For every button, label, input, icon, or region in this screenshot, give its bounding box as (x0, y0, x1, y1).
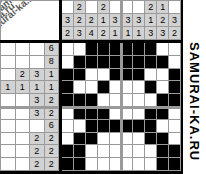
grid-cell[interactable] (98, 158, 110, 171)
row-clue-cell: 6 (45, 120, 60, 133)
grid-cell[interactable] (110, 94, 122, 107)
grid-cell[interactable] (121, 158, 133, 171)
grid-cell[interactable] (62, 133, 74, 146)
site-watermark-text: SAMURAI-KA.RU (187, 42, 202, 161)
row-clue-cell (1, 158, 16, 171)
grid-cell[interactable] (110, 145, 122, 158)
row-clue-cell (16, 120, 31, 133)
grid-cell[interactable] (98, 43, 110, 56)
col-clue-cell: 2 (98, 27, 110, 40)
grid-cell[interactable] (98, 81, 110, 94)
col-clue-cell: 2 (145, 1, 157, 14)
row-clue-cell: 6 (45, 43, 60, 56)
grid-cell[interactable] (86, 56, 98, 69)
grid-cell[interactable] (86, 120, 98, 133)
row-clue-cell (1, 69, 16, 82)
grid-cell[interactable] (133, 81, 145, 94)
grid-cell[interactable] (74, 133, 86, 146)
grid-cell[interactable] (157, 120, 169, 133)
col-clue-cell: 1 (98, 14, 110, 27)
grid-cell[interactable] (169, 145, 181, 158)
grid-cell[interactable] (133, 120, 145, 133)
row-clue-cell: 2 (45, 107, 60, 120)
grid-cell[interactable] (145, 81, 157, 94)
grid-cell[interactable] (169, 107, 181, 120)
grid-cell[interactable] (145, 56, 157, 69)
col-clue-cell: 1 (133, 27, 145, 40)
grid-cell[interactable] (98, 145, 110, 158)
grid-cell[interactable] (145, 158, 157, 171)
col-clue-cell: 3 (110, 14, 122, 27)
row-clue-cell (30, 56, 45, 69)
grid-cell[interactable] (145, 133, 157, 146)
grid-cell[interactable] (86, 158, 98, 171)
grid-cell[interactable] (110, 133, 122, 146)
grid-cell[interactable] (145, 120, 157, 133)
grid-cell[interactable] (86, 107, 98, 120)
row-clue-cell: 3 (30, 69, 45, 82)
grid-cell[interactable] (110, 69, 122, 82)
grid-cell[interactable] (110, 81, 122, 94)
row-clue-cell: 2 (30, 133, 45, 146)
row-clue-cell: 1 (16, 81, 31, 94)
col-clue-cell: 3 (145, 27, 157, 40)
grid-cell[interactable] (157, 43, 169, 56)
grid-cell[interactable] (145, 43, 157, 56)
row-clue-cell: 1 (30, 81, 45, 94)
col-clue-cell: 3 (169, 14, 181, 27)
col-clue-cell: 3 (74, 27, 86, 40)
row-clues-area: 68231111132326222222 (0, 43, 59, 171)
grid-cell[interactable] (98, 107, 110, 120)
grid-cell[interactable] (169, 56, 181, 69)
grid-cell[interactable] (62, 158, 74, 171)
grid-cell[interactable] (86, 94, 98, 107)
col-clue-cell (62, 1, 74, 14)
row-clue-cell (16, 145, 31, 158)
row-clue-cell (16, 94, 31, 107)
grid-cell[interactable] (62, 94, 74, 107)
grid-cell[interactable] (86, 69, 98, 82)
grid-cell[interactable] (169, 120, 181, 133)
grid-cell[interactable] (98, 120, 110, 133)
grid-cell[interactable] (98, 69, 110, 82)
grid-cell[interactable] (157, 145, 169, 158)
row-clue-cell: 1 (1, 81, 16, 94)
grid-cell[interactable] (133, 107, 145, 120)
row-clue-cell (1, 107, 16, 120)
grid-cell[interactable] (157, 56, 169, 69)
grid-cell[interactable] (121, 120, 133, 133)
row-clue-cell (16, 56, 31, 69)
grid-cell[interactable] (74, 120, 86, 133)
grid-cell[interactable] (98, 133, 110, 146)
grid-cell[interactable] (133, 69, 145, 82)
grid-cell[interactable] (157, 69, 169, 82)
grid-cell[interactable] (74, 145, 86, 158)
grid-cell[interactable] (157, 94, 169, 107)
row-clue-cell (16, 133, 31, 146)
grid-cell[interactable] (74, 81, 86, 94)
grid-cell[interactable] (169, 81, 181, 94)
row-clue-cell (30, 120, 45, 133)
grid-cell[interactable] (86, 133, 98, 146)
grid-cell[interactable] (86, 81, 98, 94)
grid-cell[interactable] (133, 145, 145, 158)
col-clue-cell: 3 (62, 14, 74, 27)
grid-cell[interactable] (121, 56, 133, 69)
grid-cell[interactable] (133, 158, 145, 171)
grid-cell[interactable] (121, 81, 133, 94)
grid-cell[interactable] (86, 43, 98, 56)
grid-cell[interactable] (62, 56, 74, 69)
row-clue-cell: 2 (45, 94, 60, 107)
grid-cell[interactable] (110, 107, 122, 120)
col-clue-cell: 2 (86, 14, 98, 27)
col-clue-cell (86, 1, 98, 14)
grid-cell[interactable] (86, 145, 98, 158)
row-clue-cell: 2 (45, 133, 60, 146)
row-clue-cell (1, 145, 16, 158)
divider-bottom-black-bar (0, 171, 183, 174)
col-clue-cell: 1 (157, 1, 169, 14)
col-clue-cell (133, 1, 145, 14)
col-clue-cell: 1 (121, 27, 133, 40)
col-clue-cell (169, 1, 181, 14)
column-clues-area: 222132213331232342111332 (62, 0, 181, 40)
grid-cell[interactable] (62, 145, 74, 158)
row-clue-cell: 1 (45, 69, 60, 82)
grid-cell[interactable] (169, 94, 181, 107)
col-clue-cell: 1 (145, 14, 157, 27)
grid-cell[interactable] (145, 69, 157, 82)
row-clue-cell (1, 120, 16, 133)
grid-cell[interactable] (121, 133, 133, 146)
col-clue-cell: 1 (110, 27, 122, 40)
col-clue-cell: 2 (98, 1, 110, 14)
grid-cell[interactable] (169, 133, 181, 146)
grid-cell[interactable] (157, 133, 169, 146)
row-clue-cell: 1 (45, 81, 60, 94)
grid-cell[interactable] (62, 107, 74, 120)
col-clue-cell: 3 (121, 14, 133, 27)
row-clue-cell (16, 158, 31, 171)
col-clue-cell: 3 (157, 27, 169, 40)
grid-cell[interactable] (121, 145, 133, 158)
col-clue-cell: 2 (62, 27, 74, 40)
row-clue-cell: 3 (30, 94, 45, 107)
grid-cell[interactable] (121, 69, 133, 82)
row-clue-cell (16, 107, 31, 120)
corner-watermark: samurai-ka.ru samurai-ka.ru samurai-ka.r… (0, 0, 59, 40)
grid-cell[interactable] (157, 158, 169, 171)
col-clue-cell (121, 1, 133, 14)
grid-cell[interactable] (145, 145, 157, 158)
col-clue-cell: 4 (86, 27, 98, 40)
grid-cell[interactable] (74, 69, 86, 82)
row-clue-cell: 2 (30, 145, 45, 158)
row-clue-cell (1, 43, 16, 56)
site-watermark-strip: SAMURAI-KA.RU (183, 0, 206, 174)
grid-cell[interactable] (110, 56, 122, 69)
grid-cell[interactable] (145, 94, 157, 107)
grid-cell[interactable] (121, 43, 133, 56)
grid-cell[interactable] (74, 158, 86, 171)
row-clue-cell: 3 (30, 107, 45, 120)
col-clue-cell: 2 (157, 14, 169, 27)
grid-cell[interactable] (169, 43, 181, 56)
row-clue-cell (16, 43, 31, 56)
grid-cell[interactable] (121, 107, 133, 120)
col-clue-cell: 2 (74, 14, 86, 27)
col-clue-cell: 3 (133, 14, 145, 27)
grid-cell[interactable] (74, 107, 86, 120)
row-clue-cell: 2 (45, 145, 60, 158)
row-clue-cell (1, 94, 16, 107)
col-clue-cell (110, 1, 122, 14)
divider-top-black-bar (0, 40, 183, 43)
divider-left-black-bar (59, 0, 62, 174)
col-clue-cell: 2 (74, 1, 86, 14)
grid-cell[interactable] (74, 43, 86, 56)
grid-cell[interactable] (62, 69, 74, 82)
grid-cell[interactable] (62, 120, 74, 133)
grid-cell[interactable] (62, 81, 74, 94)
puzzle-grid[interactable] (62, 43, 181, 171)
grid-cell[interactable] (121, 94, 133, 107)
grid-cell[interactable] (74, 56, 86, 69)
grid-cell[interactable] (110, 43, 122, 56)
grid-cell[interactable] (133, 43, 145, 56)
col-clue-cell: 2 (169, 27, 181, 40)
grid-cell[interactable] (133, 56, 145, 69)
nonogram-puzzle: samurai-ka.ru samurai-ka.ru samurai-ka.r… (0, 0, 206, 174)
row-clue-cell: 2 (30, 158, 45, 171)
grid-cell[interactable] (145, 107, 157, 120)
row-clue-cell: 8 (45, 56, 60, 69)
grid-cell[interactable] (110, 120, 122, 133)
grid-cell[interactable] (62, 43, 74, 56)
row-clue-cell: 2 (45, 158, 60, 171)
grid-cell[interactable] (157, 107, 169, 120)
grid-cell[interactable] (133, 94, 145, 107)
grid-cell[interactable] (110, 158, 122, 171)
row-clue-cell (30, 43, 45, 56)
grid-cell[interactable] (169, 69, 181, 82)
grid-cell[interactable] (98, 56, 110, 69)
grid-cell[interactable] (98, 94, 110, 107)
row-clue-cell (1, 56, 16, 69)
row-clue-cell (1, 133, 16, 146)
grid-cell[interactable] (157, 81, 169, 94)
grid-cell[interactable] (133, 133, 145, 146)
grid-cell[interactable] (74, 94, 86, 107)
grid-cell[interactable] (169, 158, 181, 171)
row-clue-cell: 2 (16, 69, 31, 82)
